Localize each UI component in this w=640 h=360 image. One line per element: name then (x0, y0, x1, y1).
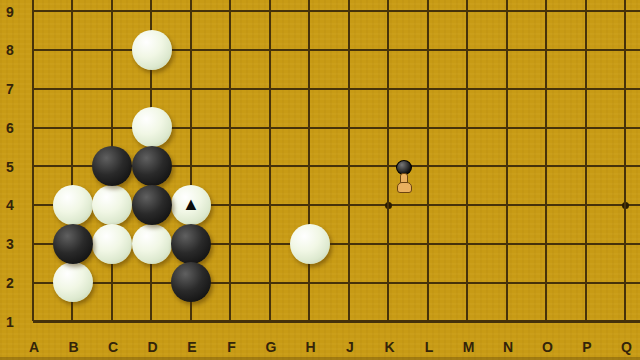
column-label-J: J (346, 339, 354, 355)
column-label-Q: Q (621, 339, 632, 355)
column-label-N: N (503, 339, 513, 355)
column-label-O: O (542, 339, 553, 355)
coordinate-labels: ABCDEFGHJKLMNOPQ987654321 (0, 0, 640, 360)
column-label-H: H (305, 339, 315, 355)
row-label-1: 1 (6, 314, 14, 330)
column-label-B: B (68, 339, 78, 355)
column-label-D: D (147, 339, 157, 355)
column-label-K: K (384, 339, 394, 355)
column-label-M: M (463, 339, 475, 355)
column-label-G: G (266, 339, 277, 355)
row-label-6: 6 (6, 120, 14, 136)
cursor-hand-fist-icon (397, 182, 412, 193)
column-label-P: P (582, 339, 591, 355)
row-label-7: 7 (6, 81, 14, 97)
column-label-C: C (108, 339, 118, 355)
column-label-E: E (187, 339, 196, 355)
column-label-A: A (29, 339, 39, 355)
row-label-2: 2 (6, 275, 14, 291)
row-label-4: 4 (6, 197, 14, 213)
row-label-9: 9 (6, 4, 14, 20)
hand-stone-cursor (393, 160, 415, 200)
column-label-L: L (425, 339, 434, 355)
go-board-screen: ABCDEFGHJKLMNOPQ987654321 ▲ (0, 0, 640, 360)
row-label-8: 8 (6, 42, 14, 58)
column-label-F: F (227, 339, 236, 355)
row-label-5: 5 (6, 159, 14, 175)
row-label-3: 3 (6, 236, 14, 252)
